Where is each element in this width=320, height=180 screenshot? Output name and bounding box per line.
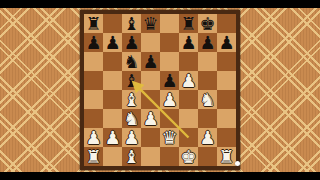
piece-black-pawn[interactable]: ♟: [104, 33, 120, 52]
square-e5[interactable]: ♟: [160, 71, 179, 90]
square-f5[interactable]: ♟: [179, 71, 198, 90]
square-e2[interactable]: ♛: [160, 128, 179, 147]
piece-white-pawn[interactable]: ♟: [104, 128, 120, 147]
square-f1[interactable]: ♚: [179, 147, 198, 166]
square-g7[interactable]: ♟: [198, 33, 217, 52]
square-b1[interactable]: [103, 147, 122, 166]
square-g5[interactable]: [198, 71, 217, 90]
square-e7[interactable]: [160, 33, 179, 52]
square-c5[interactable]: ♝: [122, 71, 141, 90]
board-grid: ♜♝♛♜♚♟♟♟♟♟♟♞♟♝♟♟♝♟♞♞♟♟♟♟♛♟♜♝♚♜: [84, 14, 236, 166]
piece-white-rook[interactable]: ♜: [218, 147, 234, 166]
square-b7[interactable]: ♟: [103, 33, 122, 52]
piece-black-bishop[interactable]: ♝: [123, 71, 139, 90]
chess-board: ♜♝♛♜♚♟♟♟♟♟♟♞♟♝♟♟♝♟♞♞♟♟♟♟♛♟♜♝♚♜: [80, 10, 240, 170]
square-a4[interactable]: [84, 90, 103, 109]
square-h3[interactable]: [217, 109, 236, 128]
piece-black-knight[interactable]: ♞: [123, 52, 139, 71]
piece-white-rook[interactable]: ♜: [85, 147, 101, 166]
letterbox-bottom-bar: [0, 172, 320, 180]
square-h1[interactable]: ♜: [217, 147, 236, 166]
square-c6[interactable]: ♞: [122, 52, 141, 71]
square-b3[interactable]: [103, 109, 122, 128]
white-to-move-indicator: [235, 161, 240, 166]
square-f7[interactable]: ♟: [179, 33, 198, 52]
letterbox-top-bar: [0, 0, 320, 8]
piece-white-pawn[interactable]: ♟: [142, 109, 158, 128]
square-g2[interactable]: ♟: [198, 128, 217, 147]
square-a7[interactable]: ♟: [84, 33, 103, 52]
piece-white-knight[interactable]: ♞: [123, 109, 139, 128]
video-frame: ♜♝♛♜♚♟♟♟♟♟♟♞♟♝♟♟♝♟♞♞♟♟♟♟♛♟♜♝♚♜: [0, 0, 320, 180]
square-a5[interactable]: [84, 71, 103, 90]
piece-black-rook[interactable]: ♜: [180, 14, 196, 33]
square-a8[interactable]: ♜: [84, 14, 103, 33]
square-b8[interactable]: [103, 14, 122, 33]
square-e1[interactable]: [160, 147, 179, 166]
square-d4[interactable]: [141, 90, 160, 109]
piece-white-pawn[interactable]: ♟: [180, 71, 196, 90]
square-f2[interactable]: [179, 128, 198, 147]
square-c8[interactable]: ♝: [122, 14, 141, 33]
square-f6[interactable]: [179, 52, 198, 71]
square-b2[interactable]: ♟: [103, 128, 122, 147]
square-g6[interactable]: [198, 52, 217, 71]
square-d1[interactable]: [141, 147, 160, 166]
piece-black-pawn[interactable]: ♟: [199, 33, 215, 52]
piece-white-knight[interactable]: ♞: [199, 90, 215, 109]
piece-black-queen[interactable]: ♛: [142, 14, 158, 33]
piece-black-pawn[interactable]: ♟: [142, 52, 158, 71]
piece-white-pawn[interactable]: ♟: [123, 128, 139, 147]
square-b6[interactable]: [103, 52, 122, 71]
square-e6[interactable]: [160, 52, 179, 71]
piece-white-king[interactable]: ♚: [180, 147, 196, 166]
square-d8[interactable]: ♛: [141, 14, 160, 33]
square-e8[interactable]: [160, 14, 179, 33]
square-f4[interactable]: [179, 90, 198, 109]
square-b4[interactable]: [103, 90, 122, 109]
piece-black-rook[interactable]: ♜: [85, 14, 101, 33]
square-f3[interactable]: [179, 109, 198, 128]
square-c1[interactable]: ♝: [122, 147, 141, 166]
square-c7[interactable]: ♟: [122, 33, 141, 52]
square-a3[interactable]: [84, 109, 103, 128]
square-g8[interactable]: ♚: [198, 14, 217, 33]
square-h7[interactable]: ♟: [217, 33, 236, 52]
square-d3[interactable]: ♟: [141, 109, 160, 128]
square-g4[interactable]: ♞: [198, 90, 217, 109]
piece-white-bishop[interactable]: ♝: [123, 147, 139, 166]
square-a6[interactable]: [84, 52, 103, 71]
square-h4[interactable]: [217, 90, 236, 109]
square-g3[interactable]: [198, 109, 217, 128]
square-d6[interactable]: ♟: [141, 52, 160, 71]
piece-white-pawn[interactable]: ♟: [85, 128, 101, 147]
square-h8[interactable]: [217, 14, 236, 33]
piece-black-king[interactable]: ♚: [199, 14, 215, 33]
square-d5[interactable]: [141, 71, 160, 90]
piece-black-pawn[interactable]: ♟: [85, 33, 101, 52]
square-c3[interactable]: ♞: [122, 109, 141, 128]
square-c2[interactable]: ♟: [122, 128, 141, 147]
piece-white-pawn[interactable]: ♟: [161, 90, 177, 109]
piece-black-pawn[interactable]: ♟: [180, 33, 196, 52]
square-c4[interactable]: ♝: [122, 90, 141, 109]
piece-black-pawn[interactable]: ♟: [123, 33, 139, 52]
piece-black-bishop[interactable]: ♝: [123, 14, 139, 33]
piece-white-queen[interactable]: ♛: [161, 128, 177, 147]
square-e4[interactable]: ♟: [160, 90, 179, 109]
square-a1[interactable]: ♜: [84, 147, 103, 166]
square-a2[interactable]: ♟: [84, 128, 103, 147]
square-f8[interactable]: ♜: [179, 14, 198, 33]
piece-white-bishop[interactable]: ♝: [123, 90, 139, 109]
square-e3[interactable]: [160, 109, 179, 128]
square-h6[interactable]: [217, 52, 236, 71]
square-h5[interactable]: [217, 71, 236, 90]
piece-white-pawn[interactable]: ♟: [199, 128, 215, 147]
square-d7[interactable]: [141, 33, 160, 52]
square-b5[interactable]: [103, 71, 122, 90]
square-g1[interactable]: [198, 147, 217, 166]
piece-black-pawn[interactable]: ♟: [218, 33, 234, 52]
square-h2[interactable]: [217, 128, 236, 147]
piece-black-pawn[interactable]: ♟: [161, 71, 177, 90]
square-d2[interactable]: [141, 128, 160, 147]
